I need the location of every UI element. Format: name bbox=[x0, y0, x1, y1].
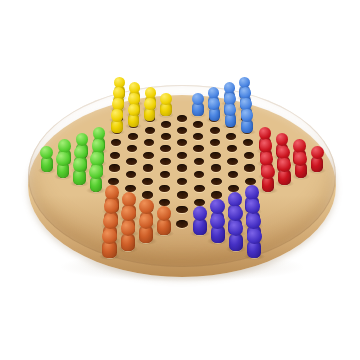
board-hole[interactable] bbox=[211, 191, 222, 199]
peg-purple[interactable] bbox=[210, 214, 225, 243]
board-hole[interactable] bbox=[211, 178, 222, 185]
peg-orange[interactable] bbox=[157, 206, 172, 235]
board-hole[interactable] bbox=[211, 164, 222, 171]
board-hole[interactable] bbox=[160, 158, 171, 165]
board-hole[interactable] bbox=[244, 164, 255, 171]
board-hole[interactable] bbox=[142, 191, 153, 199]
peg-head bbox=[90, 152, 103, 166]
peg-head bbox=[139, 199, 153, 214]
board-hole[interactable] bbox=[194, 199, 205, 207]
board-hole[interactable] bbox=[245, 178, 256, 185]
peg-head bbox=[56, 152, 69, 166]
peg-blue[interactable] bbox=[224, 104, 236, 128]
peg-head bbox=[260, 152, 273, 166]
board-hole[interactable] bbox=[177, 152, 187, 159]
peg-orange[interactable] bbox=[139, 214, 154, 243]
board-hole[interactable] bbox=[109, 164, 120, 171]
peg-red[interactable] bbox=[278, 158, 292, 185]
peg-red[interactable] bbox=[310, 146, 324, 172]
peg-head bbox=[210, 199, 224, 214]
peg-blue[interactable] bbox=[192, 93, 204, 116]
board-hole[interactable] bbox=[108, 178, 119, 185]
peg-head bbox=[245, 185, 259, 200]
board-hole[interactable] bbox=[226, 133, 236, 140]
peg-head bbox=[260, 139, 273, 152]
peg-blue[interactable] bbox=[208, 98, 220, 121]
peg-head bbox=[73, 158, 86, 172]
peg-head bbox=[259, 127, 271, 140]
board-hole[interactable] bbox=[160, 145, 170, 152]
peg-head bbox=[144, 98, 156, 110]
board-hole[interactable] bbox=[193, 145, 203, 152]
peg-orange[interactable] bbox=[102, 229, 118, 259]
board-hole[interactable] bbox=[177, 115, 187, 122]
peg-red[interactable] bbox=[261, 165, 275, 192]
board-hole[interactable] bbox=[176, 220, 187, 228]
peg-head bbox=[74, 146, 87, 160]
peg-head bbox=[294, 152, 307, 166]
board-hole[interactable] bbox=[159, 185, 170, 192]
peg-head bbox=[246, 214, 261, 229]
peg-head bbox=[121, 206, 135, 221]
board-hole[interactable] bbox=[177, 127, 187, 134]
peg-head bbox=[247, 229, 262, 245]
board-hole[interactable] bbox=[143, 164, 154, 171]
board-hole[interactable] bbox=[228, 185, 239, 192]
peg-head bbox=[311, 146, 324, 160]
peg-head bbox=[293, 139, 306, 152]
peg-green[interactable] bbox=[56, 152, 70, 178]
board-hole[interactable] bbox=[177, 139, 187, 146]
peg-head bbox=[111, 109, 123, 122]
board-hole[interactable] bbox=[177, 191, 188, 199]
peg-head bbox=[241, 109, 253, 122]
peg-head bbox=[246, 199, 260, 214]
board-hole[interactable] bbox=[142, 178, 153, 185]
board-hole[interactable] bbox=[126, 158, 137, 165]
board-hole[interactable] bbox=[193, 121, 203, 128]
peg-head bbox=[102, 229, 117, 245]
peg-head bbox=[58, 139, 71, 152]
peg-head bbox=[192, 93, 204, 105]
board-hole[interactable] bbox=[210, 139, 220, 146]
peg-yellow[interactable] bbox=[111, 109, 124, 133]
peg-head bbox=[92, 139, 105, 152]
chinese-checkers-board-photo bbox=[0, 0, 360, 360]
peg-head bbox=[277, 146, 290, 160]
peg-head bbox=[103, 214, 118, 229]
peg-green[interactable] bbox=[73, 158, 87, 185]
board-hole[interactable] bbox=[161, 133, 171, 140]
peg-blue[interactable] bbox=[241, 109, 254, 133]
peg-yellow[interactable] bbox=[127, 104, 139, 128]
peg-green[interactable] bbox=[89, 165, 103, 192]
board-hole[interactable] bbox=[128, 133, 138, 140]
board-hole[interactable] bbox=[177, 164, 188, 171]
board-hole[interactable] bbox=[110, 152, 120, 159]
board-hole[interactable] bbox=[227, 145, 237, 152]
peg-head bbox=[228, 206, 242, 221]
board-hole[interactable] bbox=[194, 185, 205, 192]
board-hole[interactable] bbox=[227, 158, 238, 165]
board-hole[interactable] bbox=[243, 139, 253, 146]
board-hole[interactable] bbox=[111, 139, 121, 146]
peg-head bbox=[210, 214, 225, 229]
board-hole[interactable] bbox=[145, 127, 155, 134]
peg-head bbox=[128, 104, 140, 116]
peg-purple[interactable] bbox=[228, 221, 243, 251]
peg-yellow[interactable] bbox=[160, 93, 172, 116]
board-hole[interactable] bbox=[210, 152, 220, 159]
peg-head bbox=[261, 165, 274, 179]
board-hole[interactable] bbox=[125, 185, 136, 192]
board-hole[interactable] bbox=[159, 199, 170, 207]
board-hole[interactable] bbox=[176, 206, 187, 214]
peg-head bbox=[89, 165, 102, 179]
board-hole[interactable] bbox=[193, 133, 203, 140]
board-hole[interactable] bbox=[210, 127, 220, 134]
peg-orange[interactable] bbox=[120, 221, 135, 251]
board-hole[interactable] bbox=[161, 121, 171, 128]
peg-head bbox=[105, 185, 119, 200]
peg-purple[interactable] bbox=[192, 206, 207, 235]
peg-green[interactable] bbox=[40, 146, 54, 172]
board-hole[interactable] bbox=[143, 152, 153, 159]
peg-purple[interactable] bbox=[247, 229, 263, 259]
board-hole[interactable] bbox=[244, 152, 254, 159]
board-hole[interactable] bbox=[194, 158, 205, 165]
peg-yellow[interactable] bbox=[144, 98, 156, 121]
peg-head bbox=[160, 93, 172, 105]
board-hole[interactable] bbox=[144, 139, 154, 146]
peg-red[interactable] bbox=[294, 152, 308, 178]
peg-head bbox=[228, 192, 242, 207]
